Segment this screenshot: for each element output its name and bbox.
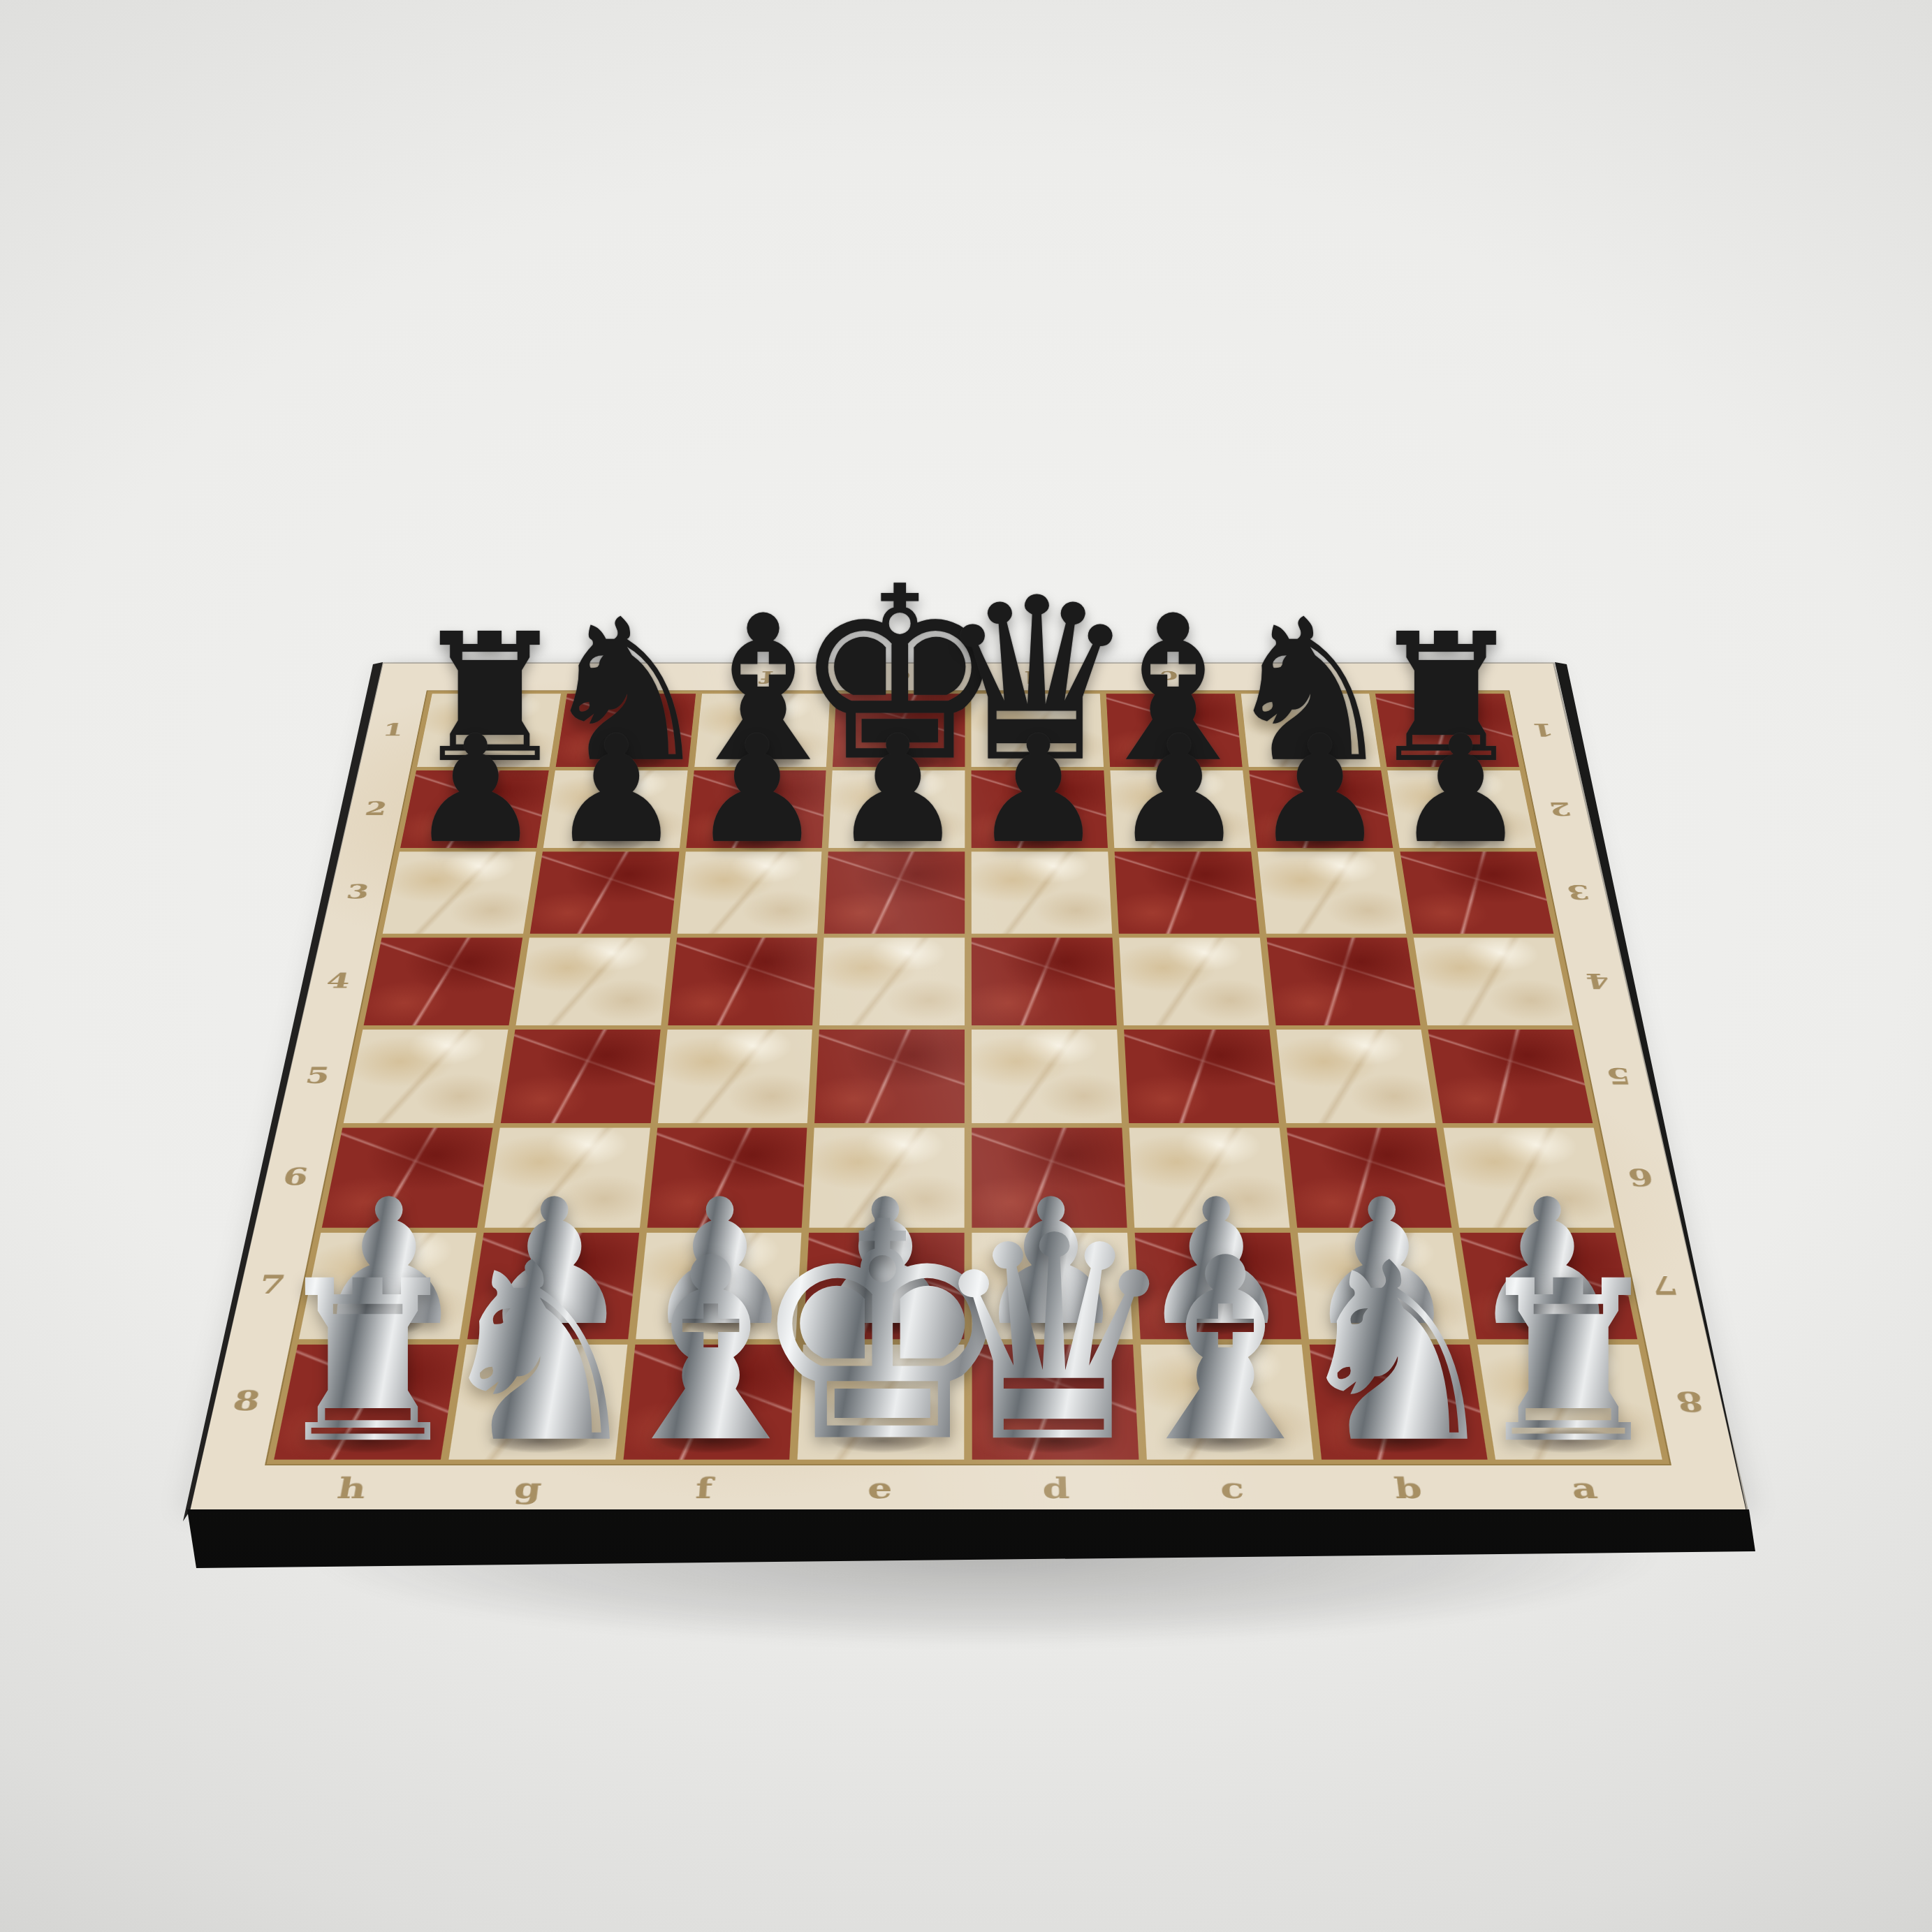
square-d6	[972, 1127, 1127, 1227]
square-b5	[1276, 1030, 1436, 1123]
file-label-near-c: c	[1220, 1474, 1245, 1502]
chessboard: 1122334455667788hhggffeeddccbbaa	[190, 664, 1746, 1512]
rank-label-right-2: 2	[1547, 800, 1572, 818]
square-a4	[1414, 938, 1572, 1025]
file-label-near-b: b	[1393, 1474, 1424, 1502]
square-a1	[1375, 694, 1519, 766]
rank-label-left-4: 4	[325, 971, 352, 991]
rank-label-left-2: 2	[363, 800, 388, 818]
file-label-far-a: a	[1426, 669, 1448, 685]
square-h8	[274, 1345, 458, 1459]
rank-label-left-8: 8	[230, 1388, 263, 1414]
square-c3	[1114, 851, 1259, 934]
square-g3	[530, 851, 679, 934]
square-e6	[810, 1127, 965, 1227]
square-g8	[448, 1345, 627, 1459]
square-a2	[1387, 770, 1535, 848]
rank-label-left-5: 5	[304, 1065, 332, 1087]
square-c8	[1141, 1345, 1313, 1459]
square-b8	[1309, 1345, 1488, 1459]
square-g4	[515, 938, 670, 1025]
square-f8	[623, 1345, 796, 1459]
square-c7	[1134, 1232, 1301, 1339]
file-label-near-e: e	[868, 1474, 893, 1502]
square-h6	[322, 1127, 492, 1227]
rank-label-left-6: 6	[281, 1165, 310, 1188]
square-f5	[657, 1030, 812, 1123]
square-b1	[1241, 694, 1380, 766]
square-e7	[804, 1232, 965, 1339]
square-h4	[364, 938, 522, 1025]
file-label-far-e: e	[891, 669, 910, 685]
square-g6	[484, 1127, 650, 1227]
file-label-near-h: h	[335, 1474, 369, 1502]
square-d2	[972, 770, 1108, 848]
square-d1	[971, 694, 1103, 766]
file-label-near-f: f	[694, 1474, 713, 1502]
square-g7	[467, 1232, 639, 1339]
chessboard-grid	[265, 690, 1671, 1465]
rank-label-right-6: 6	[1626, 1165, 1655, 1188]
square-a5	[1428, 1030, 1593, 1123]
square-b7	[1297, 1232, 1469, 1339]
square-b6	[1287, 1127, 1452, 1227]
square-d7	[972, 1232, 1132, 1339]
square-b4	[1266, 938, 1421, 1025]
rank-label-left-3: 3	[344, 883, 371, 902]
square-f4	[668, 938, 817, 1025]
file-label-far-c: c	[1159, 669, 1179, 685]
square-e2	[828, 770, 965, 848]
square-a7	[1460, 1232, 1637, 1339]
rank-label-right-3: 3	[1565, 883, 1592, 902]
rank-label-right-5: 5	[1604, 1065, 1633, 1087]
square-a3	[1400, 851, 1554, 934]
rank-label-left-7: 7	[256, 1273, 287, 1297]
square-c6	[1129, 1127, 1289, 1227]
chess-photo-scene: 1122334455667788hhggffeeddccbbaa ♜♞♝♚♛♝♞…	[0, 0, 1932, 1932]
square-b2	[1249, 770, 1393, 848]
square-d8	[972, 1345, 1139, 1459]
square-b3	[1257, 851, 1406, 934]
square-c1	[1106, 694, 1242, 766]
rank-label-right-1: 1	[1530, 722, 1555, 738]
file-label-far-h: h	[488, 669, 512, 685]
rank-label-right-7: 7	[1649, 1273, 1680, 1297]
square-e1	[833, 694, 965, 766]
file-label-far-g: g	[622, 669, 645, 685]
square-d4	[972, 938, 1117, 1025]
square-g5	[501, 1030, 661, 1123]
rank-label-left-1: 1	[381, 722, 405, 738]
square-e4	[819, 938, 965, 1025]
square-e3	[824, 851, 965, 934]
square-f3	[677, 851, 821, 934]
square-g2	[543, 770, 688, 848]
square-c2	[1110, 770, 1250, 848]
square-h5	[344, 1030, 508, 1123]
square-a8	[1478, 1345, 1662, 1459]
square-h3	[383, 851, 536, 934]
rank-label-right-4: 4	[1584, 971, 1611, 991]
square-h7	[299, 1232, 476, 1339]
file-label-far-b: b	[1291, 669, 1315, 685]
square-f1	[694, 694, 830, 766]
square-h2	[400, 770, 548, 848]
square-c4	[1119, 938, 1268, 1025]
square-f7	[636, 1232, 802, 1339]
rank-label-right-8: 8	[1674, 1388, 1706, 1414]
square-c5	[1124, 1030, 1279, 1123]
square-g1	[555, 694, 695, 766]
square-a6	[1444, 1127, 1614, 1227]
file-label-far-d: d	[1025, 669, 1046, 685]
file-label-near-g: g	[513, 1474, 543, 1502]
square-f2	[686, 770, 826, 848]
square-h1	[417, 694, 561, 766]
square-f6	[647, 1127, 807, 1227]
file-label-near-a: a	[1569, 1474, 1600, 1502]
square-d3	[972, 851, 1112, 934]
square-d5	[972, 1030, 1122, 1123]
file-label-far-f: f	[760, 669, 774, 685]
file-label-near-d: d	[1042, 1474, 1070, 1502]
square-e5	[814, 1030, 965, 1123]
square-e8	[798, 1345, 965, 1459]
